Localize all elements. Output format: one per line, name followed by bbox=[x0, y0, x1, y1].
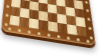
frame-inlay-dot bbox=[47, 33, 50, 36]
frame-inlay-dot bbox=[84, 0, 87, 3]
board-square-r7c0 bbox=[10, 15, 20, 26]
frame-inlay-dot bbox=[87, 17, 90, 20]
frame-inlay-dot bbox=[89, 36, 92, 39]
frame-inlay-dot bbox=[66, 36, 69, 39]
board-square-r7c4 bbox=[48, 21, 58, 32]
frame-inlay-dot bbox=[8, 27, 11, 30]
frame-inlay-dot bbox=[57, 34, 60, 37]
frame-inlay-dot bbox=[27, 30, 30, 33]
board-square-r7c7 bbox=[76, 26, 87, 37]
board-square-r7c3 bbox=[39, 20, 49, 31]
board-perspective-scene bbox=[1, 0, 100, 46]
board-square-r7c2 bbox=[29, 18, 39, 29]
frame-inlay-dot bbox=[4, 22, 7, 25]
frame-inlay-dot bbox=[5, 13, 8, 16]
frame-inlay-dot bbox=[86, 9, 89, 12]
frame-inlay-dot bbox=[37, 31, 40, 34]
chess-board bbox=[1, 0, 96, 46]
frame-inlay-dot bbox=[76, 37, 79, 40]
frame-inlay-dot bbox=[17, 28, 20, 31]
board-playing-field bbox=[10, 0, 87, 37]
frame-inlay-dot bbox=[88, 26, 91, 29]
frame-inlay-dot bbox=[6, 4, 9, 7]
frame-inlay-dot bbox=[86, 39, 89, 42]
chessboard-photo bbox=[0, 0, 100, 56]
board-square-r7c1 bbox=[19, 17, 29, 28]
